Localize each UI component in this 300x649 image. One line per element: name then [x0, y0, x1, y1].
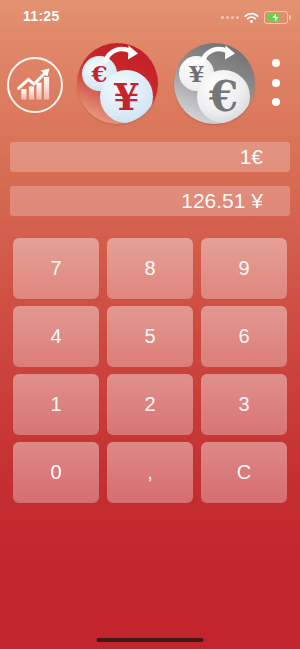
toolbar: € ¥ ¥ € [0, 0, 300, 130]
app-screen: 11:25 [0, 0, 300, 649]
amount-input[interactable]: 1€ [10, 142, 290, 172]
swap-arrow-icon [199, 44, 236, 65]
chart-icon [11, 61, 59, 109]
key-7[interactable]: 7 [13, 238, 99, 299]
euro-symbol: € [197, 70, 250, 123]
keypad: 7 8 9 4 5 6 1 2 3 0 , C [13, 238, 287, 503]
key-3[interactable]: 3 [201, 374, 287, 435]
key-0[interactable]: 0 [13, 442, 99, 503]
converted-amount-field[interactable]: 126.51 ¥ [10, 186, 290, 216]
key-8[interactable]: 8 [107, 238, 193, 299]
key-9[interactable]: 9 [201, 238, 287, 299]
key-5[interactable]: 5 [107, 306, 193, 367]
jpy-to-eur-button[interactable]: ¥ € [174, 43, 255, 124]
yen-symbol: ¥ [100, 70, 153, 123]
home-indicator[interactable] [97, 638, 204, 643]
more-options-button[interactable] [271, 59, 281, 106]
chart-button[interactable] [7, 57, 63, 113]
swap-arrow-icon [102, 44, 139, 65]
key-comma[interactable]: , [107, 442, 193, 503]
key-1[interactable]: 1 [13, 374, 99, 435]
key-6[interactable]: 6 [201, 306, 287, 367]
more-options-icon [272, 59, 280, 67]
key-2[interactable]: 2 [107, 374, 193, 435]
key-4[interactable]: 4 [13, 306, 99, 367]
eur-to-jpy-button[interactable]: € ¥ [77, 43, 158, 124]
key-clear[interactable]: C [201, 442, 287, 503]
